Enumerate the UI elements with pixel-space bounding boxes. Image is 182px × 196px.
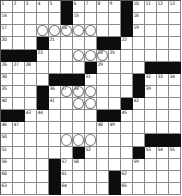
clue-number: 12 [158, 1, 163, 6]
black-cell-r1c6 [61, 1, 73, 13]
clue-number: 61 [62, 171, 67, 176]
clue-number: 51 [2, 147, 7, 152]
cell-r1c10[interactable]: 9 [109, 1, 121, 13]
cell-r1c1[interactable]: 1 [1, 1, 13, 13]
cell-r16c13[interactable] [145, 183, 157, 195]
clue-number: 6 [74, 1, 77, 6]
clue-number: 43 [26, 110, 31, 115]
cell-r12c8[interactable] [85, 134, 97, 146]
cell-r6c9[interactable]: 29 [97, 62, 109, 74]
cell-r3c7[interactable] [73, 25, 85, 37]
cell-r5c9[interactable]: 24 [97, 50, 109, 62]
black-cell-r5c2 [13, 50, 25, 62]
cell-r2c5[interactable] [49, 13, 61, 25]
circle-marker [85, 134, 96, 145]
cell-r16c7[interactable] [73, 183, 85, 195]
cell-r5c10[interactable]: 25 [109, 50, 121, 62]
cell-r2c12[interactable]: 16 [133, 13, 145, 25]
black-cell-r2c11 [121, 13, 133, 25]
cell-r11c7[interactable] [73, 122, 85, 134]
cell-r3c3[interactable] [25, 25, 37, 37]
clue-number: 33 [158, 74, 163, 79]
cell-r8c13[interactable]: 39 [145, 86, 157, 98]
clue-number: 1 [2, 1, 5, 6]
cell-r14c13[interactable] [145, 159, 157, 171]
cell-r8c8[interactable] [85, 86, 97, 98]
cell-r5c12[interactable] [133, 50, 145, 62]
circle-marker [49, 25, 60, 36]
cell-r4c5[interactable]: 21 [49, 37, 61, 49]
cell-r15c6[interactable]: 61 [61, 171, 73, 183]
cell-r10c12[interactable] [133, 110, 145, 122]
cell-r15c8[interactable] [85, 171, 97, 183]
clue-number: 52 [86, 147, 91, 152]
black-cell-r12c14 [157, 134, 169, 146]
clue-number: 17 [2, 25, 7, 30]
cell-r16c2[interactable] [13, 183, 25, 195]
clue-number: 4 [38, 1, 41, 6]
cell-r10c5[interactable] [49, 110, 61, 122]
cell-r5c11[interactable] [121, 50, 133, 62]
cell-r14c15[interactable] [169, 159, 181, 171]
cell-r14c11[interactable] [121, 159, 133, 171]
cell-r3c15[interactable] [169, 25, 181, 37]
cell-r2c10[interactable] [109, 13, 121, 25]
cell-r7c13[interactable]: 32 [145, 74, 157, 86]
cell-r8c7[interactable]: 38 [73, 86, 85, 98]
cell-r10c3[interactable]: 43 [25, 110, 37, 122]
black-cell-r15c10 [109, 171, 121, 183]
clue-number: 64 [62, 183, 67, 188]
cell-r8c15[interactable] [169, 86, 181, 98]
cell-r8c10[interactable] [109, 86, 121, 98]
cell-r11c11[interactable] [121, 122, 133, 134]
cell-r4c13[interactable] [145, 37, 157, 49]
black-cell-r4c9 [97, 37, 109, 49]
cell-r9c12[interactable]: 42 [133, 98, 145, 110]
clue-number: 36 [50, 86, 55, 91]
circle-marker [73, 25, 84, 36]
black-cell-r4c10 [109, 37, 121, 49]
cell-r13c11[interactable] [121, 147, 133, 159]
cell-r3c8[interactable] [85, 25, 97, 37]
clue-number: 53 [146, 147, 151, 152]
cell-r10c6[interactable] [61, 110, 73, 122]
black-cell-r1c11 [121, 1, 133, 13]
cell-r16c4[interactable] [37, 183, 49, 195]
cell-r2c1[interactable]: 14 [1, 13, 13, 25]
clue-number: 58 [74, 159, 79, 164]
cell-r10c4[interactable]: 44 [37, 110, 49, 122]
cell-r4c12[interactable] [133, 37, 145, 49]
black-cell-r6c8 [85, 62, 97, 74]
cell-r2c9[interactable] [97, 13, 109, 25]
cell-r1c9[interactable]: 8 [97, 1, 109, 13]
black-cell-r6c14 [157, 62, 169, 74]
circle-marker [37, 25, 48, 36]
cell-r11c6[interactable] [61, 122, 73, 134]
cell-r15c2[interactable] [13, 171, 25, 183]
cell-r9c13[interactable] [145, 98, 157, 110]
cell-r15c7[interactable] [73, 171, 85, 183]
cell-r15c11[interactable]: 62 [121, 171, 133, 183]
cell-r8c6[interactable]: 37 [61, 86, 73, 98]
cell-r14c4[interactable] [37, 159, 49, 171]
cell-r13c10[interactable] [109, 147, 121, 159]
cell-r14c8[interactable] [85, 159, 97, 171]
cell-r16c6[interactable]: 64 [61, 183, 73, 195]
clue-number: 22 [122, 37, 127, 42]
cell-r5c7[interactable] [73, 50, 85, 62]
cell-r9c3[interactable] [25, 98, 37, 110]
cell-r1c14[interactable]: 12 [157, 1, 169, 13]
clue-number: 9 [110, 1, 113, 6]
cell-r4c8[interactable] [85, 37, 97, 49]
cell-r11c9[interactable]: 48 [97, 122, 109, 134]
cell-r8c9[interactable] [97, 86, 109, 98]
cell-r7c1[interactable]: 30 [1, 74, 13, 86]
cell-r4c15[interactable] [169, 37, 181, 49]
cell-r13c5[interactable] [49, 147, 61, 159]
cell-r14c10[interactable] [109, 159, 121, 171]
cell-r9c14[interactable] [157, 98, 169, 110]
cell-r4c3[interactable] [25, 37, 37, 49]
cell-r3c12[interactable]: 19 [133, 25, 145, 37]
cell-r6c12[interactable] [133, 62, 145, 74]
cell-r12c3[interactable] [25, 134, 37, 146]
cell-r5c5[interactable] [49, 50, 61, 62]
cell-r9c5[interactable]: 41 [49, 98, 61, 110]
cell-r9c2[interactable] [13, 98, 25, 110]
clue-number: 42 [134, 98, 139, 103]
cell-r7c2[interactable] [13, 74, 25, 86]
clue-number: 47 [14, 122, 19, 127]
cell-r12c4[interactable] [37, 134, 49, 146]
cell-r15c14[interactable] [157, 171, 169, 183]
black-cell-r13c7 [73, 147, 85, 159]
cell-r7c4[interactable] [37, 74, 49, 86]
cell-r1c3[interactable]: 3 [25, 1, 37, 13]
cell-r4c11[interactable]: 22 [121, 37, 133, 49]
cell-r6c10[interactable] [109, 62, 121, 74]
cell-r11c15[interactable] [169, 122, 181, 134]
cell-r7c10[interactable] [109, 74, 121, 86]
cell-r1c13[interactable]: 11 [145, 1, 157, 13]
cell-r4c6[interactable] [61, 37, 73, 49]
cell-r8c14[interactable] [157, 86, 169, 98]
black-cell-r12c13 [145, 134, 157, 146]
cell-r8c11[interactable] [121, 86, 133, 98]
clue-number: 35 [2, 86, 7, 91]
cell-r15c13[interactable] [145, 171, 157, 183]
clue-number: 30 [2, 74, 7, 79]
cell-r9c15[interactable] [169, 98, 181, 110]
black-cell-r9c4 [37, 98, 49, 110]
cell-r11c8[interactable] [85, 122, 97, 134]
cell-r15c12[interactable] [133, 171, 145, 183]
black-cell-r8c4 [37, 86, 49, 98]
cell-r13c4[interactable] [37, 147, 49, 159]
cell-r11c5[interactable] [49, 122, 61, 134]
clue-number: 27 [14, 62, 19, 67]
cell-r5c13[interactable] [145, 50, 157, 62]
cell-r11c12[interactable] [133, 122, 145, 134]
cell-r16c8[interactable] [85, 183, 97, 195]
clue-number: 20 [2, 37, 7, 42]
cell-r8c1[interactable]: 35 [1, 86, 13, 98]
cell-r8c3[interactable] [25, 86, 37, 98]
black-cell-r6c15 [169, 62, 181, 74]
black-cell-r9c11 [121, 98, 133, 110]
cell-r16c3[interactable] [25, 183, 37, 195]
cell-r14c12[interactable]: 59 [133, 159, 145, 171]
black-cell-r10c2 [13, 110, 25, 122]
crossword-board: 1234567891011121314151617181920212223242… [0, 0, 181, 195]
clue-number: 10 [134, 1, 139, 6]
cell-r16c1[interactable]: 63 [1, 183, 13, 195]
cell-r6c4[interactable] [37, 62, 49, 74]
cell-r14c6[interactable]: 57 [61, 159, 73, 171]
cell-r9c10[interactable] [109, 98, 121, 110]
clue-number: 11 [146, 1, 151, 6]
black-cell-r4c4 [37, 37, 49, 49]
cell-r2c2[interactable] [13, 13, 25, 25]
cell-r1c5[interactable]: 5 [49, 1, 61, 13]
cell-r2c7[interactable]: 15 [73, 13, 85, 25]
cell-r16c9[interactable] [97, 183, 109, 195]
cell-r13c6[interactable] [61, 147, 73, 159]
cell-r5c4[interactable]: 23 [37, 50, 49, 62]
clue-number: 16 [134, 13, 139, 18]
cell-r6c2[interactable]: 27 [13, 62, 25, 74]
cell-r11c4[interactable] [37, 122, 49, 134]
cell-r11c14[interactable] [157, 122, 169, 134]
black-cell-r16c5 [49, 183, 61, 195]
circle-marker [85, 86, 96, 97]
cell-r14c9[interactable] [97, 159, 109, 171]
cell-r8c5[interactable]: 36 [49, 86, 61, 98]
cell-r3c13[interactable] [145, 25, 157, 37]
clue-number: 32 [146, 74, 151, 79]
cell-r2c4[interactable] [37, 13, 49, 25]
cell-r1c8[interactable]: 7 [85, 1, 97, 13]
cell-r14c7[interactable]: 58 [73, 159, 85, 171]
clue-number: 48 [98, 122, 103, 127]
cell-r12c12[interactable] [133, 134, 145, 146]
cell-r6c6[interactable] [61, 62, 73, 74]
cell-r15c4[interactable] [37, 171, 49, 183]
black-cell-r7c12 [133, 74, 145, 86]
cell-r11c3[interactable] [25, 122, 37, 134]
circle-marker [85, 98, 96, 109]
cell-r15c1[interactable]: 60 [1, 171, 13, 183]
clue-number: 13 [170, 1, 175, 6]
cell-r1c15[interactable]: 13 [169, 1, 181, 13]
clue-number: 31 [86, 74, 91, 79]
cell-r7c14[interactable]: 33 [157, 74, 169, 86]
circle-marker [85, 25, 96, 36]
clue-number: 57 [62, 159, 67, 164]
cell-r10c8[interactable] [85, 110, 97, 122]
cell-r12c11[interactable] [121, 134, 133, 146]
cell-r14c3[interactable] [25, 159, 37, 171]
cell-r13c15[interactable]: 55 [169, 147, 181, 159]
circle-marker [73, 50, 84, 61]
black-cell-r14c5 [49, 159, 61, 171]
clue-number: 62 [122, 171, 127, 176]
cell-r13c3[interactable] [25, 147, 37, 159]
cell-r13c14[interactable]: 54 [157, 147, 169, 159]
cell-r12c2[interactable] [13, 134, 25, 146]
cell-r9c7[interactable] [73, 98, 85, 110]
cell-r5c6[interactable] [61, 50, 73, 62]
cell-r3c2[interactable] [13, 25, 25, 37]
cell-r6c1[interactable]: 26 [1, 62, 13, 74]
black-cell-r5c1 [1, 50, 13, 62]
cell-r13c1[interactable]: 51 [1, 147, 13, 159]
cell-r15c9[interactable] [97, 171, 109, 183]
clue-number: 18 [62, 25, 67, 30]
clue-number: 3 [26, 1, 29, 6]
clue-number: 7 [86, 1, 89, 6]
black-cell-r2c6 [61, 13, 73, 25]
cell-r13c2[interactable] [13, 147, 25, 159]
clue-number: 24 [98, 50, 103, 55]
cell-r6c11[interactable] [121, 62, 133, 74]
clue-number: 50 [2, 134, 7, 139]
cell-r3c4[interactable] [37, 25, 49, 37]
black-cell-r10c9 [97, 110, 109, 122]
cell-r7c9[interactable] [97, 74, 109, 86]
cell-r3c1[interactable]: 17 [1, 25, 13, 37]
cell-r5c14[interactable] [157, 50, 169, 62]
cell-r3c5[interactable] [49, 25, 61, 37]
cell-r3c14[interactable] [157, 25, 169, 37]
black-cell-r12c15 [169, 134, 181, 146]
clue-number: 46 [2, 122, 7, 127]
cell-r13c8[interactable]: 52 [85, 147, 97, 159]
cell-r12c5[interactable] [49, 134, 61, 146]
cell-r12c7[interactable] [73, 134, 85, 146]
cell-r11c2[interactable]: 47 [13, 122, 25, 134]
cell-r14c1[interactable]: 56 [1, 159, 13, 171]
cell-r8c2[interactable] [13, 86, 25, 98]
clue-number: 5 [50, 1, 53, 6]
clue-number: 29 [98, 62, 103, 67]
cell-r4c7[interactable] [73, 37, 85, 49]
cell-r14c2[interactable] [13, 159, 25, 171]
cell-r4c1[interactable]: 20 [1, 37, 13, 49]
cell-r9c1[interactable]: 40 [1, 98, 13, 110]
clue-number: 60 [2, 171, 7, 176]
cell-r3c10[interactable] [109, 25, 121, 37]
cell-r13c13[interactable]: 53 [145, 147, 157, 159]
clue-number: 49 [110, 122, 115, 127]
cell-r12c6[interactable] [61, 134, 73, 146]
cell-r3c6[interactable]: 18 [61, 25, 73, 37]
cell-r12c1[interactable]: 50 [1, 134, 13, 146]
cell-r11c13[interactable] [145, 122, 157, 134]
black-cell-r10c1 [1, 110, 13, 122]
cell-r10c14[interactable] [157, 110, 169, 122]
clue-number: 28 [26, 62, 31, 67]
cell-r9c6[interactable] [61, 98, 73, 110]
cell-r12c9[interactable] [97, 134, 109, 146]
cell-r11c10[interactable]: 49 [109, 122, 121, 134]
black-cell-r7c5 [49, 74, 61, 86]
cell-r1c7[interactable]: 6 [73, 1, 85, 13]
clue-number: 34 [170, 74, 175, 79]
cell-r5c8[interactable] [85, 50, 97, 62]
cell-r9c9[interactable] [97, 98, 109, 110]
cell-r14c14[interactable] [157, 159, 169, 171]
cell-r2c3[interactable] [25, 13, 37, 25]
clue-number: 55 [170, 147, 175, 152]
cell-r10c7[interactable] [73, 110, 85, 122]
cell-r1c4[interactable]: 4 [37, 1, 49, 13]
cell-r7c11[interactable] [121, 74, 133, 86]
cell-r9c8[interactable] [85, 98, 97, 110]
cell-r7c8[interactable]: 31 [85, 74, 97, 86]
cell-r6c3[interactable]: 28 [25, 62, 37, 74]
cell-r3c9[interactable] [97, 25, 109, 37]
cell-r16c12[interactable] [133, 183, 145, 195]
cell-r5c15[interactable] [169, 50, 181, 62]
cell-r10c11[interactable]: 45 [121, 110, 133, 122]
circle-marker [73, 134, 84, 145]
cell-r1c12[interactable]: 10 [133, 1, 145, 13]
clue-number: 41 [50, 98, 55, 103]
cell-r2c14[interactable] [157, 13, 169, 25]
cell-r4c2[interactable] [13, 37, 25, 49]
cell-r2c13[interactable] [145, 13, 157, 25]
cell-r16c15[interactable] [169, 183, 181, 195]
clue-number: 2 [14, 1, 17, 6]
clue-number: 63 [2, 183, 7, 188]
cell-r4c14[interactable] [157, 37, 169, 49]
black-cell-r13c12 [133, 147, 145, 159]
cell-r1c2[interactable]: 2 [13, 1, 25, 13]
clue-number: 21 [50, 37, 55, 42]
cell-r7c15[interactable]: 34 [169, 74, 181, 86]
cell-r7c3[interactable] [25, 74, 37, 86]
clue-number: 59 [134, 159, 139, 164]
cell-r15c15[interactable] [169, 171, 181, 183]
cell-r16c14[interactable] [157, 183, 169, 195]
cell-r12c10[interactable] [109, 134, 121, 146]
cell-r15c3[interactable] [25, 171, 37, 183]
cell-r13c9[interactable] [97, 147, 109, 159]
black-cell-r7c6 [61, 74, 73, 86]
cell-r11c1[interactable]: 46 [1, 122, 13, 134]
cell-r6c5[interactable] [49, 62, 61, 74]
clue-number: 8 [98, 1, 101, 6]
black-cell-r6c13 [145, 62, 157, 74]
black-cell-r5c3 [25, 50, 37, 62]
clue-number: 25 [110, 50, 115, 55]
cell-r10c13[interactable] [145, 110, 157, 122]
cell-r2c15[interactable] [169, 13, 181, 25]
clue-number: 14 [2, 13, 7, 18]
cell-r2c8[interactable] [85, 13, 97, 25]
black-cell-r7c7 [73, 74, 85, 86]
cell-r10c15[interactable] [169, 110, 181, 122]
clue-number: 37 [62, 86, 67, 91]
black-cell-r10c10 [109, 110, 121, 122]
clue-number: 15 [74, 13, 79, 18]
cell-r6c7[interactable] [73, 62, 85, 74]
cell-r16c11[interactable]: 65 [121, 183, 133, 195]
